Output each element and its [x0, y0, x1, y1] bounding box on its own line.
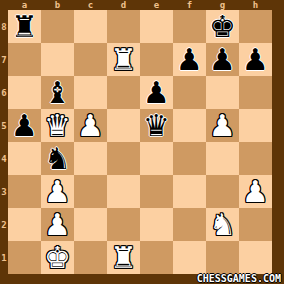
- black-pawn-h7: ♟: [242, 43, 269, 76]
- square-h6: [239, 76, 272, 109]
- white-king-b1: ♚: [44, 241, 71, 274]
- site-credit: CHESSGAMES.COM: [197, 273, 281, 284]
- rank-label-6: 6: [0, 76, 8, 109]
- square-h2: [239, 208, 272, 241]
- black-pawn-a5: ♟: [11, 109, 38, 142]
- white-pawn-b2: ♟: [44, 208, 71, 241]
- file-label-c: c: [74, 0, 107, 10]
- rank-label-8: 8: [0, 10, 8, 43]
- square-a8: ♜: [8, 10, 41, 43]
- square-e2: [140, 208, 173, 241]
- square-e5: ♛: [140, 109, 173, 142]
- rank-label-7: 7: [0, 43, 8, 76]
- square-e4: [140, 142, 173, 175]
- file-label-h: h: [239, 0, 272, 10]
- square-d5: [107, 109, 140, 142]
- square-c6: [74, 76, 107, 109]
- square-b2: ♟: [41, 208, 74, 241]
- square-b4: ♞: [41, 142, 74, 175]
- black-knight-b4: ♞: [44, 142, 71, 175]
- square-d2: [107, 208, 140, 241]
- white-pawn-b3: ♟: [44, 175, 71, 208]
- white-pawn-h3: ♟: [242, 175, 269, 208]
- black-bishop-b6: ♝: [44, 76, 71, 109]
- square-a5: ♟: [8, 109, 41, 142]
- square-f3: [173, 175, 206, 208]
- black-king-g8: ♚: [209, 10, 236, 43]
- square-d6: [107, 76, 140, 109]
- rank-label-1: 1: [0, 241, 8, 274]
- square-f7: ♟: [173, 43, 206, 76]
- file-label-b: b: [41, 0, 74, 10]
- rank-labels: 87654321: [0, 10, 8, 274]
- white-queen-b5: ♛: [44, 109, 71, 142]
- square-h5: [239, 109, 272, 142]
- square-f5: [173, 109, 206, 142]
- chess-diagram: abcdefgh 87654321 ♜♚♜♟♟♟♝♟♟♛♟♛♟♞♟♟♟♞♚♜ C…: [0, 0, 284, 284]
- black-queen-e5: ♛: [143, 109, 170, 142]
- rank-label-3: 3: [0, 175, 8, 208]
- square-c1: [74, 241, 107, 274]
- square-g3: [206, 175, 239, 208]
- square-b5: ♛: [41, 109, 74, 142]
- square-g6: [206, 76, 239, 109]
- chess-board: ♜♚♜♟♟♟♝♟♟♛♟♛♟♞♟♟♟♞♚♜: [8, 10, 272, 274]
- square-d1: ♜: [107, 241, 140, 274]
- square-d7: ♜: [107, 43, 140, 76]
- square-c4: [74, 142, 107, 175]
- square-c7: [74, 43, 107, 76]
- square-b7: [41, 43, 74, 76]
- white-pawn-g5: ♟: [209, 109, 236, 142]
- square-a1: [8, 241, 41, 274]
- square-b8: [41, 10, 74, 43]
- square-f6: [173, 76, 206, 109]
- square-d8: [107, 10, 140, 43]
- square-e8: [140, 10, 173, 43]
- square-h8: [239, 10, 272, 43]
- square-h4: [239, 142, 272, 175]
- square-d4: [107, 142, 140, 175]
- white-rook-d1: ♜: [110, 241, 137, 274]
- square-b1: ♚: [41, 241, 74, 274]
- square-c8: [74, 10, 107, 43]
- square-a7: [8, 43, 41, 76]
- black-pawn-f7: ♟: [176, 43, 203, 76]
- square-f2: [173, 208, 206, 241]
- rank-label-5: 5: [0, 109, 8, 142]
- square-g4: [206, 142, 239, 175]
- white-pawn-c5: ♟: [77, 109, 104, 142]
- square-g8: ♚: [206, 10, 239, 43]
- square-g1: [206, 241, 239, 274]
- square-g7: ♟: [206, 43, 239, 76]
- black-pawn-e6: ♟: [143, 76, 170, 109]
- square-g2: ♞: [206, 208, 239, 241]
- black-rook-a8: ♜: [11, 10, 38, 43]
- square-f4: [173, 142, 206, 175]
- square-b6: ♝: [41, 76, 74, 109]
- rank-label-4: 4: [0, 142, 8, 175]
- square-h7: ♟: [239, 43, 272, 76]
- black-pawn-g7: ♟: [209, 43, 236, 76]
- square-h1: [239, 241, 272, 274]
- square-f1: [173, 241, 206, 274]
- square-b3: ♟: [41, 175, 74, 208]
- square-g5: ♟: [206, 109, 239, 142]
- square-a4: [8, 142, 41, 175]
- white-knight-g2: ♞: [209, 208, 236, 241]
- square-c3: [74, 175, 107, 208]
- square-h3: ♟: [239, 175, 272, 208]
- square-a6: [8, 76, 41, 109]
- square-c5: ♟: [74, 109, 107, 142]
- square-e3: [140, 175, 173, 208]
- square-d3: [107, 175, 140, 208]
- square-a3: [8, 175, 41, 208]
- file-label-e: e: [140, 0, 173, 10]
- square-e6: ♟: [140, 76, 173, 109]
- square-e1: [140, 241, 173, 274]
- square-c2: [74, 208, 107, 241]
- file-label-d: d: [107, 0, 140, 10]
- rank-label-2: 2: [0, 208, 8, 241]
- file-label-f: f: [173, 0, 206, 10]
- square-e7: [140, 43, 173, 76]
- white-rook-d7: ♜: [110, 43, 137, 76]
- square-f8: [173, 10, 206, 43]
- square-a2: [8, 208, 41, 241]
